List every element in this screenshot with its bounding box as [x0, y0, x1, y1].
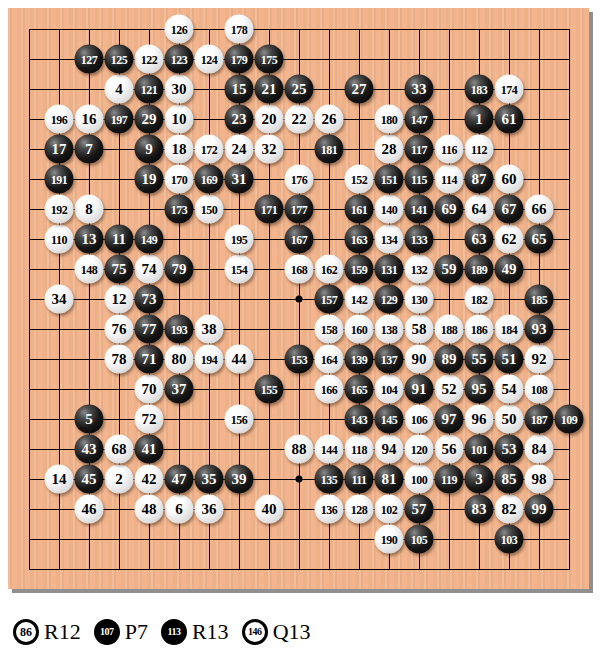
stone-B10: 34	[45, 285, 74, 314]
stone-C12: 13	[75, 225, 104, 254]
stone-H18: 179	[225, 45, 254, 74]
stone-P15: 116	[435, 135, 464, 164]
stone-R2: 103	[495, 525, 524, 554]
stone-N2: 190	[375, 525, 404, 554]
stone-N15: 28	[375, 135, 404, 164]
stone-N10: 129	[375, 285, 404, 314]
stone-E8: 71	[135, 345, 164, 374]
stone-E16: 29	[135, 105, 164, 134]
stone-K14: 176	[285, 165, 314, 194]
stone-O11: 132	[405, 255, 434, 284]
stone-O8: 90	[405, 345, 434, 374]
stone-L15: 181	[315, 135, 344, 164]
star-point-K10	[296, 296, 303, 303]
stone-D18: 125	[105, 45, 134, 74]
stone-L9: 158	[315, 315, 344, 344]
stone-C11: 148	[75, 255, 104, 284]
stone-K13: 177	[285, 195, 314, 224]
stone-K8: 153	[285, 345, 314, 374]
stone-N6: 145	[375, 405, 404, 434]
stone-F9: 193	[165, 315, 194, 344]
stone-N5: 94	[375, 435, 404, 464]
stone-O2: 105	[405, 525, 434, 554]
stone-S3: 99	[525, 495, 554, 524]
stone-M3: 128	[345, 495, 374, 524]
stone-H16: 23	[225, 105, 254, 134]
stone-N14: 151	[375, 165, 404, 194]
stone-H17: 15	[225, 75, 254, 104]
stone-Q16: 1	[465, 105, 494, 134]
stone-R14: 60	[495, 165, 524, 194]
stone-P6: 97	[435, 405, 464, 434]
stone-S7: 108	[525, 375, 554, 404]
stone-D11: 75	[105, 255, 134, 284]
stone-H8: 44	[225, 345, 254, 374]
stone-S8: 92	[525, 345, 554, 374]
stone-Q3: 83	[465, 495, 494, 524]
page: 1234567891011121314151617181920212223242…	[0, 0, 600, 659]
stone-M4: 111	[345, 465, 374, 494]
stone-F8: 80	[165, 345, 194, 374]
stone-G3: 36	[195, 495, 224, 524]
caption-stone-146: 146	[242, 619, 268, 645]
stone-M12: 163	[345, 225, 374, 254]
stone-Q17: 183	[465, 75, 494, 104]
stone-B13: 192	[45, 195, 74, 224]
caption-stone-107: 107	[94, 619, 120, 645]
stone-O13: 141	[405, 195, 434, 224]
stone-F16: 10	[165, 105, 194, 134]
stone-D10: 12	[105, 285, 134, 314]
stone-D17: 4	[105, 75, 134, 104]
stone-C5: 43	[75, 435, 104, 464]
stone-B16: 196	[45, 105, 74, 134]
stone-J16: 20	[255, 105, 284, 134]
stone-B12: 110	[45, 225, 74, 254]
stone-E3: 48	[135, 495, 164, 524]
stone-R8: 51	[495, 345, 524, 374]
stone-M5: 118	[345, 435, 374, 464]
stone-S12: 65	[525, 225, 554, 254]
stone-R17: 174	[495, 75, 524, 104]
stone-P4: 119	[435, 465, 464, 494]
stone-Q15: 112	[465, 135, 494, 164]
stone-M10: 142	[345, 285, 374, 314]
stone-M8: 139	[345, 345, 374, 374]
stone-L11: 162	[315, 255, 344, 284]
caption-point-label: R12	[44, 619, 81, 645]
stone-D9: 76	[105, 315, 134, 344]
star-point-K4	[296, 476, 303, 483]
stone-S6: 187	[525, 405, 554, 434]
stone-F3: 6	[165, 495, 194, 524]
stone-N9: 138	[375, 315, 404, 344]
stone-P13: 69	[435, 195, 464, 224]
stone-G4: 35	[195, 465, 224, 494]
stone-R7: 54	[495, 375, 524, 404]
stone-H12: 195	[225, 225, 254, 254]
stone-O12: 133	[405, 225, 434, 254]
stone-P9: 188	[435, 315, 464, 344]
stone-M13: 161	[345, 195, 374, 224]
stone-Q13: 64	[465, 195, 494, 224]
stone-E14: 19	[135, 165, 164, 194]
stone-C3: 46	[75, 495, 104, 524]
stone-S10: 185	[525, 285, 554, 314]
stone-C4: 45	[75, 465, 104, 494]
stone-N12: 134	[375, 225, 404, 254]
stone-C16: 16	[75, 105, 104, 134]
stone-R4: 85	[495, 465, 524, 494]
stone-Q5: 101	[465, 435, 494, 464]
stone-D12: 11	[105, 225, 134, 254]
stone-E17: 121	[135, 75, 164, 104]
caption-point-label: R13	[192, 619, 229, 645]
caption-item: 146Q13	[242, 619, 311, 645]
caption-item: 86R12	[13, 619, 81, 645]
stone-Q11: 189	[465, 255, 494, 284]
stone-E4: 42	[135, 465, 164, 494]
stone-S9: 93	[525, 315, 554, 344]
stone-M11: 159	[345, 255, 374, 284]
stone-L3: 136	[315, 495, 344, 524]
stone-O6: 106	[405, 405, 434, 434]
stone-P14: 114	[435, 165, 464, 194]
stone-L7: 166	[315, 375, 344, 404]
stone-F13: 173	[165, 195, 194, 224]
stone-C13: 8	[75, 195, 104, 224]
stone-E18: 122	[135, 45, 164, 74]
stone-N16: 180	[375, 105, 404, 134]
stone-F15: 18	[165, 135, 194, 164]
stone-N3: 102	[375, 495, 404, 524]
stone-K17: 25	[285, 75, 314, 104]
stone-B14: 191	[45, 165, 74, 194]
stone-Q9: 186	[465, 315, 494, 344]
stone-M17: 27	[345, 75, 374, 104]
stone-O16: 147	[405, 105, 434, 134]
stone-O17: 33	[405, 75, 434, 104]
stone-E11: 74	[135, 255, 164, 284]
stone-H11: 154	[225, 255, 254, 284]
stone-H15: 24	[225, 135, 254, 164]
stone-H6: 156	[225, 405, 254, 434]
stone-R5: 53	[495, 435, 524, 464]
stone-O7: 91	[405, 375, 434, 404]
stone-M7: 165	[345, 375, 374, 404]
stone-O10: 130	[405, 285, 434, 314]
stone-J3: 40	[255, 495, 284, 524]
stone-E5: 41	[135, 435, 164, 464]
stone-R16: 61	[495, 105, 524, 134]
stone-G13: 150	[195, 195, 224, 224]
stone-E10: 73	[135, 285, 164, 314]
stone-K12: 167	[285, 225, 314, 254]
stone-Q7: 95	[465, 375, 494, 404]
stone-O14: 115	[405, 165, 434, 194]
stone-C6: 5	[75, 405, 104, 434]
stone-E12: 149	[135, 225, 164, 254]
stone-S4: 98	[525, 465, 554, 494]
stone-H19: 178	[225, 15, 254, 44]
stone-N13: 140	[375, 195, 404, 224]
go-board: 1234567891011121314151617181920212223242…	[8, 8, 589, 589]
stone-E6: 72	[135, 405, 164, 434]
stone-E9: 77	[135, 315, 164, 344]
stone-L4: 135	[315, 465, 344, 494]
stone-D5: 68	[105, 435, 134, 464]
stone-M14: 152	[345, 165, 374, 194]
stone-H4: 39	[225, 465, 254, 494]
stone-G15: 172	[195, 135, 224, 164]
stone-K5: 88	[285, 435, 314, 464]
stone-P5: 56	[435, 435, 464, 464]
caption-item: 107P7	[94, 619, 148, 645]
stone-K16: 22	[285, 105, 314, 134]
stone-D8: 78	[105, 345, 134, 374]
stone-F17: 30	[165, 75, 194, 104]
stone-G14: 169	[195, 165, 224, 194]
stone-T6: 109	[555, 405, 584, 434]
stone-S13: 66	[525, 195, 554, 224]
stone-M9: 160	[345, 315, 374, 344]
stone-F7: 37	[165, 375, 194, 404]
stone-B15: 17	[45, 135, 74, 164]
stone-P8: 89	[435, 345, 464, 374]
stone-O5: 120	[405, 435, 434, 464]
caption-stone-113: 113	[161, 619, 187, 645]
stone-E7: 70	[135, 375, 164, 404]
stone-Q4: 3	[465, 465, 494, 494]
stone-G9: 38	[195, 315, 224, 344]
stone-H14: 31	[225, 165, 254, 194]
stone-D16: 197	[105, 105, 134, 134]
stone-N11: 131	[375, 255, 404, 284]
caption: 86R12107P7113R13146Q13	[13, 615, 311, 649]
stone-E15: 9	[135, 135, 164, 164]
stone-J13: 171	[255, 195, 284, 224]
stone-R12: 62	[495, 225, 524, 254]
stone-O4: 100	[405, 465, 434, 494]
stone-Q10: 182	[465, 285, 494, 314]
caption-point-label: P7	[125, 619, 148, 645]
stone-O15: 117	[405, 135, 434, 164]
stone-J17: 21	[255, 75, 284, 104]
stone-P7: 52	[435, 375, 464, 404]
stone-O9: 58	[405, 315, 434, 344]
stone-Q6: 96	[465, 405, 494, 434]
stone-M6: 143	[345, 405, 374, 434]
stone-Q14: 87	[465, 165, 494, 194]
stone-Q8: 55	[465, 345, 494, 374]
stone-F18: 123	[165, 45, 194, 74]
stone-J18: 175	[255, 45, 284, 74]
stone-L16: 26	[315, 105, 344, 134]
stone-L10: 157	[315, 285, 344, 314]
stone-F14: 170	[165, 165, 194, 194]
stone-K11: 168	[285, 255, 314, 284]
stone-L5: 144	[315, 435, 344, 464]
stone-C15: 7	[75, 135, 104, 164]
stone-C18: 127	[75, 45, 104, 74]
stone-D4: 2	[105, 465, 134, 494]
stone-G18: 124	[195, 45, 224, 74]
caption-item: 113R13	[161, 619, 229, 645]
stone-G8: 194	[195, 345, 224, 374]
stone-O3: 57	[405, 495, 434, 524]
stone-N4: 81	[375, 465, 404, 494]
stone-J15: 32	[255, 135, 284, 164]
stone-S5: 84	[525, 435, 554, 464]
stone-R3: 82	[495, 495, 524, 524]
stone-F4: 47	[165, 465, 194, 494]
stone-P11: 59	[435, 255, 464, 284]
stone-N7: 104	[375, 375, 404, 404]
stone-R13: 67	[495, 195, 524, 224]
stone-R9: 184	[495, 315, 524, 344]
stone-B4: 14	[45, 465, 74, 494]
caption-point-label: Q13	[273, 619, 311, 645]
stone-J7: 155	[255, 375, 284, 404]
stone-N8: 137	[375, 345, 404, 374]
stone-F19: 126	[165, 15, 194, 44]
stone-L8: 164	[315, 345, 344, 374]
stone-F11: 79	[165, 255, 194, 284]
caption-stone-86: 86	[13, 619, 39, 645]
stone-R6: 50	[495, 405, 524, 434]
stone-Q12: 63	[465, 225, 494, 254]
stone-R11: 49	[495, 255, 524, 284]
